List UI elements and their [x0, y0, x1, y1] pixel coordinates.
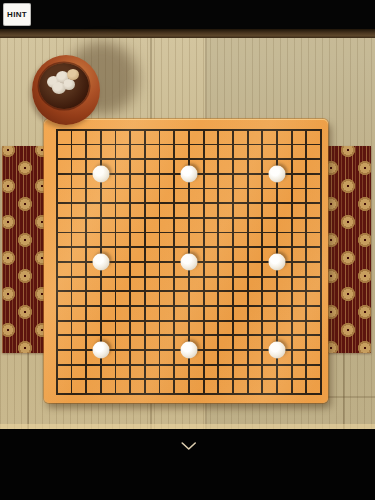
go-grid [56, 129, 322, 395]
wood-edge-strip [0, 29, 375, 38]
chevron-down-icon[interactable] [179, 441, 197, 451]
go-stone-white [180, 165, 197, 182]
go-stone-white [92, 165, 109, 182]
bowl-opening [39, 63, 89, 109]
go-stone-white [92, 341, 109, 358]
go-stone-white [268, 253, 285, 270]
tatami-seam [27, 353, 29, 429]
hint-button[interactable]: HINT [3, 3, 31, 26]
go-stone-white [180, 253, 197, 270]
bowl-stone [63, 79, 75, 90]
go-stone-white [92, 253, 109, 270]
tatami-seam [343, 353, 345, 429]
go-board[interactable] [44, 119, 328, 403]
bowl-stone-tan [67, 69, 79, 80]
go-stone-white [180, 341, 197, 358]
bottom-bar [0, 429, 375, 500]
top-bar: HINT [0, 0, 375, 29]
tatami-floor [0, 38, 375, 429]
go-stone-white [268, 341, 285, 358]
stone-bowl[interactable] [32, 55, 100, 125]
game-screen: HINT [0, 0, 375, 500]
go-stone-white [268, 165, 285, 182]
